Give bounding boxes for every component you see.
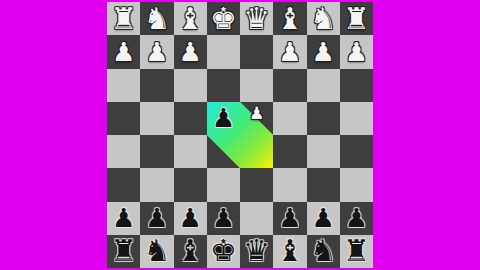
square-e3[interactable]: [207, 69, 240, 102]
piece-black-bishop-f8[interactable]: ♝: [174, 235, 207, 268]
square-h5[interactable]: [107, 135, 140, 168]
piece-black-pawn-h7[interactable]: ♟: [107, 202, 140, 235]
magenta-background: { "game": "chess", "page": { "background…: [0, 0, 480, 270]
piece-black-pawn-e4[interactable]: ♟: [207, 102, 240, 135]
square-c6[interactable]: [273, 168, 306, 201]
piece-white-bishop-c1[interactable]: ♝: [273, 2, 306, 35]
square-c4[interactable]: [273, 102, 306, 135]
piece-black-knight-g8[interactable]: ♞: [140, 235, 173, 268]
piece-white-king-e1[interactable]: ♚: [207, 2, 240, 35]
piece-white-pawn-h2[interactable]: ♟: [107, 35, 140, 68]
piece-black-rook-h8[interactable]: ♜: [107, 235, 140, 268]
piece-white-pawn-b2[interactable]: ♟: [307, 35, 340, 68]
square-g4[interactable]: [140, 102, 173, 135]
square-a6[interactable]: [340, 168, 373, 201]
square-g5[interactable]: [140, 135, 173, 168]
square-f5[interactable]: [174, 135, 207, 168]
piece-black-king-e8[interactable]: ♚: [207, 235, 240, 268]
piece-white-knight-g1[interactable]: ♞: [140, 2, 173, 35]
square-h6[interactable]: [107, 168, 140, 201]
square-d6[interactable]: [240, 168, 273, 201]
piece-black-pawn-e7[interactable]: ♟: [207, 202, 240, 235]
piece-black-pawn-g7[interactable]: ♟: [140, 202, 173, 235]
square-b6[interactable]: [307, 168, 340, 201]
square-e6[interactable]: [207, 168, 240, 201]
piece-black-pawn-f7[interactable]: ♟: [174, 202, 207, 235]
square-g6[interactable]: [140, 168, 173, 201]
piece-black-pawn-b7[interactable]: ♟: [307, 202, 340, 235]
piece-white-queen-d1[interactable]: ♛: [240, 2, 273, 35]
square-f4[interactable]: [174, 102, 207, 135]
piece-white-pawn-g2[interactable]: ♟: [140, 35, 173, 68]
piece-white-pawn-c2[interactable]: ♟: [273, 35, 306, 68]
square-d7[interactable]: [240, 202, 273, 235]
square-c5[interactable]: [273, 135, 306, 168]
square-d2[interactable]: [240, 35, 273, 68]
square-a4[interactable]: [340, 102, 373, 135]
piece-black-queen-d8[interactable]: ♛: [240, 235, 273, 268]
square-h4[interactable]: [107, 102, 140, 135]
piece-white-pawn-d4[interactable]: ♟: [240, 97, 273, 130]
piece-white-pawn-a2[interactable]: ♟: [340, 35, 373, 68]
square-f3[interactable]: [174, 69, 207, 102]
square-e2[interactable]: [207, 35, 240, 68]
square-a3[interactable]: [340, 69, 373, 102]
piece-black-pawn-c7[interactable]: ♟: [273, 202, 306, 235]
square-b5[interactable]: [307, 135, 340, 168]
square-g3[interactable]: [140, 69, 173, 102]
square-c3[interactable]: [273, 69, 306, 102]
piece-black-bishop-c8[interactable]: ♝: [273, 235, 306, 268]
piece-white-knight-b1[interactable]: ♞: [307, 2, 340, 35]
square-h3[interactable]: [107, 69, 140, 102]
piece-white-rook-a1[interactable]: ♜: [340, 2, 373, 35]
piece-white-pawn-f2[interactable]: ♟: [174, 35, 207, 68]
square-f6[interactable]: [174, 168, 207, 201]
piece-black-knight-b8[interactable]: ♞: [307, 235, 340, 268]
piece-white-bishop-f1[interactable]: ♝: [174, 2, 207, 35]
piece-black-rook-a8[interactable]: ♜: [340, 235, 373, 268]
square-a5[interactable]: [340, 135, 373, 168]
piece-white-rook-h1[interactable]: ♜: [107, 2, 140, 35]
chess-board[interactable]: ♜♞♝♚♛♝♞♜♟♟♟♟♟♟♟♟♟♟♟♟♟♟♟♜♞♝♚♛♝♞♜: [107, 2, 373, 268]
piece-black-pawn-a7[interactable]: ♟: [340, 202, 373, 235]
square-b3[interactable]: [307, 69, 340, 102]
square-b4[interactable]: [307, 102, 340, 135]
